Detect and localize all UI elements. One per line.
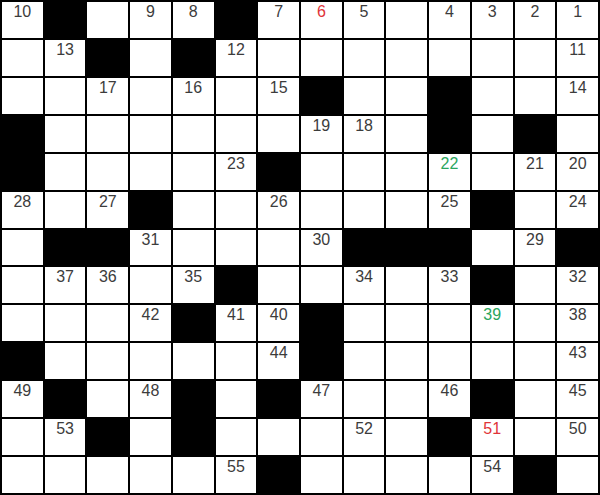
clue-number-35: 35	[173, 267, 214, 286]
cell-r7c12[interactable]	[472, 230, 513, 266]
cell-r3c5[interactable]: 16	[173, 78, 214, 114]
cell-r9c4[interactable]: 42	[130, 305, 171, 341]
cell-r12c7[interactable]	[258, 419, 299, 455]
clue-number-38: 38	[557, 305, 598, 324]
cell-r4c14[interactable]	[557, 116, 598, 152]
cell-r5c6[interactable]: 23	[216, 154, 257, 190]
cell-r10c9[interactable]	[344, 343, 385, 379]
cell-r3c4[interactable]	[130, 78, 171, 114]
cell-r13c6[interactable]: 55	[216, 457, 257, 493]
cell-r3c10[interactable]	[386, 78, 427, 114]
cell-r4c12[interactable]	[472, 116, 513, 152]
cell-r10c14[interactable]: 43	[557, 343, 598, 379]
block-cell-r10c1	[2, 343, 43, 379]
block-cell-r6c4	[130, 192, 171, 228]
clue-number-30: 30	[301, 230, 342, 249]
clue-number-25: 25	[429, 192, 470, 211]
clue-number-15: 15	[258, 78, 299, 97]
cell-r12c8[interactable]	[301, 419, 342, 455]
cell-r5c13[interactable]: 21	[515, 154, 556, 190]
clue-number-6: 6	[301, 2, 342, 21]
cell-r2c12[interactable]	[472, 40, 513, 76]
cell-r11c10[interactable]	[386, 381, 427, 417]
clue-number-31: 31	[130, 230, 171, 249]
cell-r6c3[interactable]: 27	[87, 192, 128, 228]
cell-r7c1[interactable]	[2, 230, 43, 266]
cell-r8c13[interactable]	[515, 267, 556, 303]
cell-r10c3[interactable]	[87, 343, 128, 379]
cell-r2c1[interactable]	[2, 40, 43, 76]
block-cell-r1c6	[216, 2, 257, 38]
clue-number-2: 2	[515, 2, 556, 21]
cell-r4c4[interactable]	[130, 116, 171, 152]
cell-r2c9[interactable]	[344, 40, 385, 76]
clue-number-27: 27	[87, 192, 128, 211]
cell-r13c12[interactable]: 54	[472, 457, 513, 493]
block-cell-r3c11	[429, 78, 470, 114]
clue-number-4: 4	[429, 2, 470, 21]
cell-r4c8[interactable]: 19	[301, 116, 342, 152]
block-cell-r2c5	[173, 40, 214, 76]
block-cell-r7c11	[429, 230, 470, 266]
cell-r13c10[interactable]	[386, 457, 427, 493]
cell-r5c12[interactable]	[472, 154, 513, 190]
block-cell-r11c7	[258, 381, 299, 417]
cell-r10c11[interactable]	[429, 343, 470, 379]
block-cell-r11c2	[45, 381, 86, 417]
cell-r6c1[interactable]: 28	[2, 192, 43, 228]
cell-r11c6[interactable]	[216, 381, 257, 417]
cell-r3c2[interactable]	[45, 78, 86, 114]
block-cell-r6c12	[472, 192, 513, 228]
cell-r12c9[interactable]: 52	[344, 419, 385, 455]
cell-r10c13[interactable]	[515, 343, 556, 379]
clue-number-43: 43	[557, 343, 598, 362]
clue-number-9: 9	[130, 2, 171, 21]
cell-r11c8[interactable]: 47	[301, 381, 342, 417]
cell-r9c7[interactable]: 40	[258, 305, 299, 341]
clue-number-24: 24	[557, 192, 598, 211]
cell-r10c4[interactable]	[130, 343, 171, 379]
crossword-puzzle: 1098765432113121117161514191823222120282…	[0, 0, 600, 495]
cell-r5c8[interactable]	[301, 154, 342, 190]
cell-r13c1[interactable]	[2, 457, 43, 493]
clue-number-36: 36	[87, 267, 128, 286]
clue-number-46: 46	[429, 381, 470, 400]
cell-r8c11[interactable]: 33	[429, 267, 470, 303]
cell-r4c5[interactable]	[173, 116, 214, 152]
block-cell-r9c8	[301, 305, 342, 341]
cell-r8c7[interactable]	[258, 267, 299, 303]
cell-r12c12[interactable]: 51	[472, 419, 513, 455]
cell-r13c2[interactable]	[45, 457, 86, 493]
clue-number-5: 5	[344, 2, 385, 21]
clue-number-20: 20	[557, 154, 598, 173]
cell-r2c14[interactable]: 11	[557, 40, 598, 76]
cell-r3c7[interactable]: 15	[258, 78, 299, 114]
clue-number-29: 29	[515, 230, 556, 249]
cell-r9c11[interactable]	[429, 305, 470, 341]
cell-r3c1[interactable]	[2, 78, 43, 114]
cell-r3c12[interactable]	[472, 78, 513, 114]
clue-number-23: 23	[216, 154, 257, 173]
cell-r5c10[interactable]	[386, 154, 427, 190]
block-cell-r9c5	[173, 305, 214, 341]
clue-number-33: 33	[429, 267, 470, 286]
block-cell-r13c13	[515, 457, 556, 493]
clue-number-55: 55	[216, 457, 257, 476]
cell-r7c6[interactable]	[216, 230, 257, 266]
clue-number-40: 40	[258, 305, 299, 324]
cell-r11c4[interactable]: 48	[130, 381, 171, 417]
cell-r1c3[interactable]	[87, 2, 128, 38]
cell-r6c11[interactable]: 25	[429, 192, 470, 228]
cell-r10c7[interactable]: 44	[258, 343, 299, 379]
cell-r6c6[interactable]	[216, 192, 257, 228]
cell-r1c13[interactable]: 2	[515, 2, 556, 38]
block-cell-r8c12	[472, 267, 513, 303]
block-cell-r11c5	[173, 381, 214, 417]
clue-number-12: 12	[216, 40, 257, 59]
crossword-grid: 1098765432113121117161514191823222120282…	[0, 0, 600, 495]
cell-r5c2[interactable]	[45, 154, 86, 190]
cell-r8c3[interactable]: 36	[87, 267, 128, 303]
block-cell-r7c2	[45, 230, 86, 266]
clue-number-32: 32	[557, 267, 598, 286]
clue-number-44: 44	[258, 343, 299, 362]
cell-r1c1[interactable]: 10	[2, 2, 43, 38]
clue-number-26: 26	[258, 192, 299, 211]
cell-r10c5[interactable]	[173, 343, 214, 379]
block-cell-r12c11	[429, 419, 470, 455]
cell-r4c2[interactable]	[45, 116, 86, 152]
cell-r4c9[interactable]: 18	[344, 116, 385, 152]
cell-r8c1[interactable]	[2, 267, 43, 303]
cell-r13c11[interactable]	[429, 457, 470, 493]
cell-r6c5[interactable]	[173, 192, 214, 228]
block-cell-r5c1	[2, 154, 43, 190]
clue-number-17: 17	[87, 78, 128, 97]
cell-r12c4[interactable]	[130, 419, 171, 455]
cell-r11c11[interactable]: 46	[429, 381, 470, 417]
cell-r2c13[interactable]	[515, 40, 556, 76]
cell-r4c6[interactable]	[216, 116, 257, 152]
cell-r2c6[interactable]: 12	[216, 40, 257, 76]
clue-number-50: 50	[557, 419, 598, 438]
clue-number-18: 18	[344, 116, 385, 135]
cell-r9c2[interactable]	[45, 305, 86, 341]
cell-r10c2[interactable]	[45, 343, 86, 379]
cell-r9c6[interactable]: 41	[216, 305, 257, 341]
clue-number-52: 52	[344, 419, 385, 438]
cell-r2c8[interactable]	[301, 40, 342, 76]
clue-number-21: 21	[515, 154, 556, 173]
block-cell-r7c10	[386, 230, 427, 266]
clue-number-10: 10	[2, 2, 43, 21]
cell-r10c12[interactable]	[472, 343, 513, 379]
clue-number-34: 34	[344, 267, 385, 286]
clue-number-47: 47	[301, 381, 342, 400]
cell-r1c9[interactable]: 5	[344, 2, 385, 38]
cell-r5c5[interactable]	[173, 154, 214, 190]
cell-r9c14[interactable]: 38	[557, 305, 598, 341]
clue-number-42: 42	[130, 305, 171, 324]
cell-r11c13[interactable]	[515, 381, 556, 417]
clue-number-41: 41	[216, 305, 257, 324]
cell-r3c3[interactable]: 17	[87, 78, 128, 114]
block-cell-r12c3	[87, 419, 128, 455]
cell-r9c12[interactable]: 39	[472, 305, 513, 341]
cell-r2c7[interactable]	[258, 40, 299, 76]
cell-r13c8[interactable]	[301, 457, 342, 493]
cell-r6c9[interactable]	[344, 192, 385, 228]
clue-number-19: 19	[301, 116, 342, 135]
cell-r11c9[interactable]	[344, 381, 385, 417]
cell-r3c14[interactable]: 14	[557, 78, 598, 114]
cell-r6c8[interactable]	[301, 192, 342, 228]
cell-r5c14[interactable]: 20	[557, 154, 598, 190]
cell-r3c9[interactable]	[344, 78, 385, 114]
cell-r1c4[interactable]: 9	[130, 2, 171, 38]
cell-r1c14[interactable]: 1	[557, 2, 598, 38]
cell-r10c10[interactable]	[386, 343, 427, 379]
clue-number-54: 54	[472, 457, 513, 476]
cell-r6c14[interactable]: 24	[557, 192, 598, 228]
cell-r5c11[interactable]: 22	[429, 154, 470, 190]
block-cell-r7c14	[557, 230, 598, 266]
cell-r13c5[interactable]	[173, 457, 214, 493]
cell-r1c8[interactable]: 6	[301, 2, 342, 38]
clue-number-8: 8	[173, 2, 214, 21]
cell-r1c10[interactable]	[386, 2, 427, 38]
cell-r4c3[interactable]	[87, 116, 128, 152]
cell-r9c10[interactable]	[386, 305, 427, 341]
block-cell-r2c3	[87, 40, 128, 76]
clue-number-16: 16	[173, 78, 214, 97]
cell-r8c4[interactable]	[130, 267, 171, 303]
block-cell-r11c12	[472, 381, 513, 417]
cell-r12c6[interactable]	[216, 419, 257, 455]
cell-r8c2[interactable]: 37	[45, 267, 86, 303]
cell-r11c1[interactable]: 49	[2, 381, 43, 417]
cell-r2c10[interactable]	[386, 40, 427, 76]
cell-r1c7[interactable]: 7	[258, 2, 299, 38]
cell-r8c5[interactable]: 35	[173, 267, 214, 303]
cell-r3c6[interactable]	[216, 78, 257, 114]
cell-r13c14[interactable]	[557, 457, 598, 493]
cell-r7c4[interactable]: 31	[130, 230, 171, 266]
block-cell-r5c7	[258, 154, 299, 190]
clue-number-48: 48	[130, 381, 171, 400]
cell-r7c7[interactable]	[258, 230, 299, 266]
clue-number-3: 3	[472, 2, 513, 21]
clue-number-53: 53	[45, 419, 86, 438]
cell-r5c3[interactable]	[87, 154, 128, 190]
cell-r7c13[interactable]: 29	[515, 230, 556, 266]
clue-number-11: 11	[557, 40, 598, 59]
cell-r6c2[interactable]	[45, 192, 86, 228]
cell-r9c9[interactable]	[344, 305, 385, 341]
clue-number-1: 1	[557, 2, 598, 21]
cell-r10c6[interactable]	[216, 343, 257, 379]
cell-r6c10[interactable]	[386, 192, 427, 228]
block-cell-r13c7	[258, 457, 299, 493]
block-cell-r1c2	[45, 2, 86, 38]
block-cell-r4c1	[2, 116, 43, 152]
block-cell-r4c11	[429, 116, 470, 152]
cell-r12c1[interactable]	[2, 419, 43, 455]
cell-r4c10[interactable]	[386, 116, 427, 152]
cell-r1c12[interactable]: 3	[472, 2, 513, 38]
clue-number-45: 45	[557, 381, 598, 400]
cell-r4c7[interactable]	[258, 116, 299, 152]
clue-number-13: 13	[45, 40, 86, 59]
clue-number-28: 28	[2, 192, 43, 211]
cell-r8c14[interactable]: 32	[557, 267, 598, 303]
cell-r2c2[interactable]: 13	[45, 40, 86, 76]
cell-r11c14[interactable]: 45	[557, 381, 598, 417]
cell-r5c9[interactable]	[344, 154, 385, 190]
cell-r2c4[interactable]	[130, 40, 171, 76]
cell-r8c8[interactable]	[301, 267, 342, 303]
cell-r12c2[interactable]: 53	[45, 419, 86, 455]
cell-r9c3[interactable]	[87, 305, 128, 341]
cell-r1c11[interactable]: 4	[429, 2, 470, 38]
block-cell-r10c8	[301, 343, 342, 379]
block-cell-r4c13	[515, 116, 556, 152]
clue-number-49: 49	[2, 381, 43, 400]
block-cell-r12c5	[173, 419, 214, 455]
cell-r3c13[interactable]	[515, 78, 556, 114]
cell-r12c14[interactable]: 50	[557, 419, 598, 455]
cell-r6c7[interactable]: 26	[258, 192, 299, 228]
cell-r9c1[interactable]	[2, 305, 43, 341]
block-cell-r8c6	[216, 267, 257, 303]
cell-r13c4[interactable]	[130, 457, 171, 493]
cell-r1c5[interactable]: 8	[173, 2, 214, 38]
block-cell-r3c8	[301, 78, 342, 114]
cell-r9c13[interactable]	[515, 305, 556, 341]
cell-r5c4[interactable]	[130, 154, 171, 190]
clue-number-14: 14	[557, 78, 598, 97]
cell-r2c11[interactable]	[429, 40, 470, 76]
block-cell-r7c3	[87, 230, 128, 266]
cell-r6c13[interactable]	[515, 192, 556, 228]
cell-r11c3[interactable]	[87, 381, 128, 417]
cell-r7c8[interactable]: 30	[301, 230, 342, 266]
clue-number-39: 39	[472, 305, 513, 324]
cell-r13c3[interactable]	[87, 457, 128, 493]
clue-number-7: 7	[258, 2, 299, 21]
clue-number-37: 37	[45, 267, 86, 286]
cell-r7c5[interactable]	[173, 230, 214, 266]
cell-r12c10[interactable]	[386, 419, 427, 455]
cell-r8c9[interactable]: 34	[344, 267, 385, 303]
cell-r8c10[interactable]	[386, 267, 427, 303]
clue-number-22: 22	[429, 154, 470, 173]
cell-r12c13[interactable]	[515, 419, 556, 455]
block-cell-r7c9	[344, 230, 385, 266]
cell-r13c9[interactable]	[344, 457, 385, 493]
clue-number-51: 51	[472, 419, 513, 438]
